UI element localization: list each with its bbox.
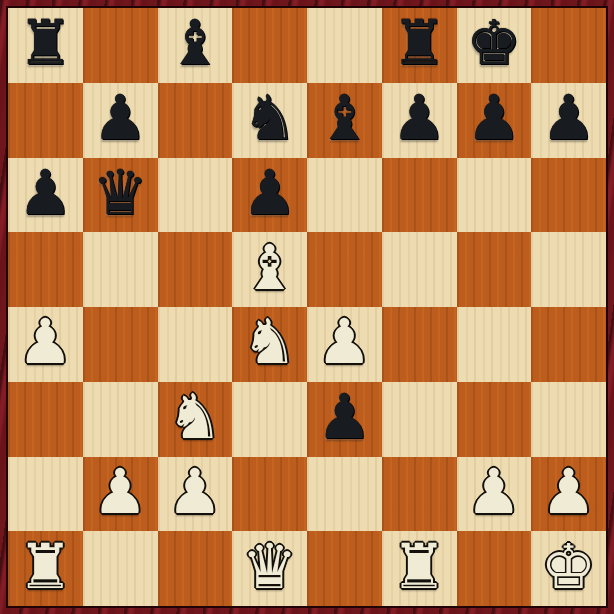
- square-c2[interactable]: ♟: [158, 457, 233, 532]
- square-d6[interactable]: ♟: [232, 158, 307, 233]
- square-g8[interactable]: ♚: [457, 8, 532, 83]
- black-bishop[interactable]: ♝: [167, 12, 223, 74]
- white-king[interactable]: ♚: [541, 536, 597, 598]
- black-pawn[interactable]: ♟: [466, 87, 522, 149]
- square-c1[interactable]: [158, 531, 233, 606]
- square-h8[interactable]: [531, 8, 606, 83]
- square-b8[interactable]: [83, 8, 158, 83]
- square-c3[interactable]: ♞: [158, 382, 233, 457]
- square-a1[interactable]: ♜: [8, 531, 83, 606]
- white-pawn[interactable]: ♟: [167, 461, 223, 523]
- square-f6[interactable]: [382, 158, 457, 233]
- square-g5[interactable]: [457, 232, 532, 307]
- square-e1[interactable]: [307, 531, 382, 606]
- square-h2[interactable]: ♟: [531, 457, 606, 532]
- square-b4[interactable]: [83, 307, 158, 382]
- square-g4[interactable]: [457, 307, 532, 382]
- square-a7[interactable]: [8, 83, 83, 158]
- white-pawn[interactable]: ♟: [466, 461, 522, 523]
- black-king[interactable]: ♚: [466, 12, 522, 74]
- black-queen[interactable]: ♛: [92, 162, 148, 224]
- white-pawn[interactable]: ♟: [541, 461, 597, 523]
- square-a6[interactable]: ♟: [8, 158, 83, 233]
- black-rook[interactable]: ♜: [391, 12, 447, 74]
- square-d7[interactable]: ♞: [232, 83, 307, 158]
- square-e8[interactable]: [307, 8, 382, 83]
- black-pawn[interactable]: ♟: [541, 87, 597, 149]
- square-c6[interactable]: [158, 158, 233, 233]
- square-h6[interactable]: [531, 158, 606, 233]
- square-b6[interactable]: ♛: [83, 158, 158, 233]
- square-h1[interactable]: ♚: [531, 531, 606, 606]
- white-knight[interactable]: ♞: [242, 311, 298, 373]
- chess-board: ♜♝♜♚♟♞♝♟♟♟♟♛♟♝♟♞♟♞♟♟♟♟♟♜♛♜♚: [8, 8, 606, 606]
- square-c8[interactable]: ♝: [158, 8, 233, 83]
- square-b7[interactable]: ♟: [83, 83, 158, 158]
- square-c7[interactable]: [158, 83, 233, 158]
- square-f8[interactable]: ♜: [382, 8, 457, 83]
- square-e6[interactable]: [307, 158, 382, 233]
- white-rook[interactable]: ♜: [18, 536, 74, 598]
- square-a8[interactable]: ♜: [8, 8, 83, 83]
- square-g3[interactable]: [457, 382, 532, 457]
- square-b5[interactable]: [83, 232, 158, 307]
- square-f7[interactable]: ♟: [382, 83, 457, 158]
- square-f2[interactable]: [382, 457, 457, 532]
- white-pawn[interactable]: ♟: [18, 311, 74, 373]
- black-bishop[interactable]: ♝: [317, 87, 373, 149]
- square-g1[interactable]: [457, 531, 532, 606]
- square-h4[interactable]: [531, 307, 606, 382]
- square-d5[interactable]: ♝: [232, 232, 307, 307]
- black-pawn[interactable]: ♟: [92, 87, 148, 149]
- black-pawn[interactable]: ♟: [18, 162, 74, 224]
- square-c4[interactable]: [158, 307, 233, 382]
- square-g6[interactable]: [457, 158, 532, 233]
- black-knight[interactable]: ♞: [242, 87, 298, 149]
- white-queen[interactable]: ♛: [242, 536, 298, 598]
- square-f3[interactable]: [382, 382, 457, 457]
- square-d8[interactable]: [232, 8, 307, 83]
- square-a5[interactable]: [8, 232, 83, 307]
- square-f4[interactable]: [382, 307, 457, 382]
- board-frame: ♜♝♜♚♟♞♝♟♟♟♟♛♟♝♟♞♟♞♟♟♟♟♟♜♛♜♚: [0, 0, 614, 614]
- square-g2[interactable]: ♟: [457, 457, 532, 532]
- square-e3[interactable]: ♟: [307, 382, 382, 457]
- white-pawn[interactable]: ♟: [92, 461, 148, 523]
- square-d4[interactable]: ♞: [232, 307, 307, 382]
- square-f1[interactable]: ♜: [382, 531, 457, 606]
- square-g7[interactable]: ♟: [457, 83, 532, 158]
- white-pawn[interactable]: ♟: [317, 311, 373, 373]
- white-bishop[interactable]: ♝: [242, 237, 298, 299]
- square-a4[interactable]: ♟: [8, 307, 83, 382]
- square-b2[interactable]: ♟: [83, 457, 158, 532]
- square-b1[interactable]: [83, 531, 158, 606]
- square-h3[interactable]: [531, 382, 606, 457]
- square-h7[interactable]: ♟: [531, 83, 606, 158]
- black-pawn[interactable]: ♟: [317, 386, 373, 448]
- square-h5[interactable]: [531, 232, 606, 307]
- black-pawn[interactable]: ♟: [391, 87, 447, 149]
- square-e5[interactable]: [307, 232, 382, 307]
- square-a2[interactable]: [8, 457, 83, 532]
- white-knight[interactable]: ♞: [167, 386, 223, 448]
- square-e2[interactable]: [307, 457, 382, 532]
- square-c5[interactable]: [158, 232, 233, 307]
- black-rook[interactable]: ♜: [18, 12, 74, 74]
- square-b3[interactable]: [83, 382, 158, 457]
- square-a3[interactable]: [8, 382, 83, 457]
- square-e7[interactable]: ♝: [307, 83, 382, 158]
- white-rook[interactable]: ♜: [391, 536, 447, 598]
- square-d3[interactable]: [232, 382, 307, 457]
- square-e4[interactable]: ♟: [307, 307, 382, 382]
- square-d2[interactable]: [232, 457, 307, 532]
- square-f5[interactable]: [382, 232, 457, 307]
- black-pawn[interactable]: ♟: [242, 162, 298, 224]
- square-d1[interactable]: ♛: [232, 531, 307, 606]
